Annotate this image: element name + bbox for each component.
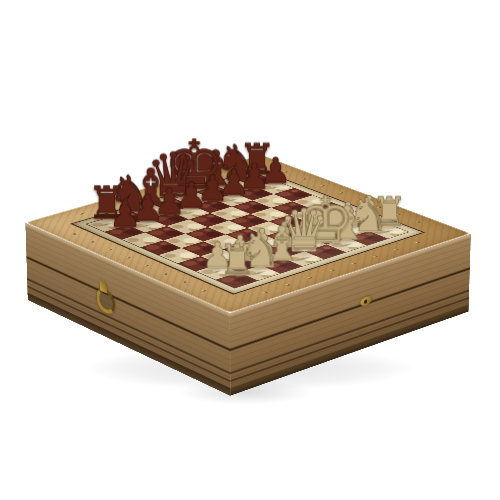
- piece-white-rook-a1[interactable]: ♜: [195, 238, 279, 280]
- brass-pin-icon: [351, 262, 357, 264]
- brass-pin-icon: [200, 290, 206, 292]
- piece-black-pawn-a7[interactable]: ♟: [85, 196, 165, 232]
- scene-3d: ♜♞♝♛♚♝♞♜♟♟♟♟♟♟♟♟♟♟♟♟♟♟♟♟♜♞♝♛♚♝♞♜: [0, 0, 500, 500]
- brass-pin-icon: [329, 269, 335, 271]
- brass-pin-icon: [393, 248, 399, 250]
- brass-pin-icon: [89, 241, 95, 243]
- brass-pin-icon: [181, 281, 187, 283]
- product-photo: ♜♞♝♛♚♝♞♜♟♟♟♟♟♟♟♟♟♟♟♟♟♟♟♟♜♞♝♛♚♝♞♜: [0, 0, 500, 500]
- brass-pin-icon: [162, 273, 168, 275]
- left-base-molding: [27, 293, 230, 396]
- right-base-molding: [230, 304, 469, 396]
- brass-pin-icon: [285, 284, 291, 286]
- brass-pin-icon: [125, 257, 131, 259]
- brass-pin-icon: [262, 291, 268, 293]
- chess-box: ♜♞♝♛♚♝♞♜♟♟♟♟♟♟♟♟♟♟♟♟♟♟♟♟♜♞♝♛♚♝♞♜: [25, 155, 471, 313]
- brass-pin-icon: [143, 265, 149, 267]
- brass-pin-icon: [307, 277, 313, 279]
- brass-pin-icon: [372, 255, 378, 257]
- keyhole-icon: [360, 295, 371, 307]
- brass-pin-icon: [107, 249, 113, 251]
- brass-pin-icon: [414, 242, 420, 244]
- brass-pin-icon: [71, 233, 77, 235]
